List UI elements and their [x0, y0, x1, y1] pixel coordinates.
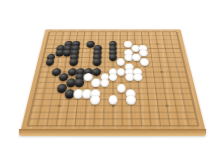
white-stone — [116, 68, 125, 76]
stones-layer — [20, 30, 205, 131]
black-stone — [74, 78, 84, 86]
white-stone — [133, 73, 142, 81]
white-stone — [73, 89, 83, 98]
white-stone — [90, 95, 100, 104]
black-stone — [92, 68, 101, 76]
white-stone — [139, 58, 148, 65]
white-stone — [91, 78, 100, 86]
white-stone — [131, 54, 140, 61]
black-stone — [108, 54, 116, 61]
white-stone — [124, 73, 133, 81]
go-board-photo — [0, 0, 224, 156]
white-stone — [108, 73, 117, 81]
white-stone — [116, 58, 125, 65]
white-stone — [123, 41, 131, 48]
black-stone — [45, 58, 55, 65]
board-side-edge — [19, 129, 206, 136]
go-board-surface — [20, 30, 205, 131]
black-stone — [69, 58, 78, 65]
white-stone — [108, 95, 117, 104]
white-stone — [99, 78, 108, 86]
white-stone — [124, 54, 133, 61]
white-stone — [116, 84, 125, 93]
white-stone — [125, 95, 135, 104]
black-stone — [92, 58, 101, 65]
